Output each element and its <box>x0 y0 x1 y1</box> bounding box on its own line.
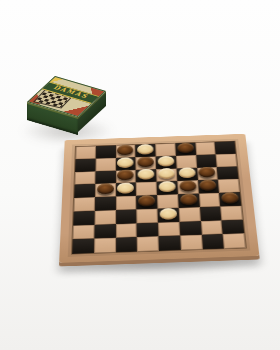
dark-piece-r2c4 <box>137 156 154 167</box>
product-photo-scene: DAMAS <box>0 0 280 350</box>
light-piece-r2c5 <box>157 156 174 167</box>
square-r8c3 <box>116 237 138 252</box>
dark-piece-r4c2 <box>97 183 114 194</box>
dark-piece-r1c3 <box>117 145 133 156</box>
square-r2c6 <box>176 155 197 168</box>
square-r4c1 <box>74 184 95 198</box>
dark-piece-r5c6 <box>180 194 198 206</box>
dark-piece-r5c8 <box>221 192 239 204</box>
light-piece-r2c3 <box>117 157 134 168</box>
square-r4c4 <box>136 182 157 196</box>
square-r8c7 <box>201 234 224 249</box>
dark-piece-r3c3 <box>117 170 134 181</box>
square-r4c2 <box>95 183 116 197</box>
square-r1c1 <box>75 146 95 159</box>
square-r5c7 <box>198 193 220 207</box>
square-r1c8 <box>215 141 236 154</box>
square-r2c3 <box>116 157 136 170</box>
square-r8c4 <box>137 236 159 251</box>
square-r7c6 <box>179 221 201 236</box>
square-r8c1 <box>72 239 94 254</box>
square-r5c3 <box>116 196 137 210</box>
square-r1c3 <box>116 145 136 158</box>
square-r7c3 <box>116 223 137 238</box>
square-r2c5 <box>156 156 177 169</box>
square-r8c2 <box>94 238 116 253</box>
square-r3c3 <box>116 170 137 184</box>
light-piece-r3c6 <box>178 168 195 179</box>
square-r6c5 <box>157 208 179 223</box>
square-r3c2 <box>95 170 116 184</box>
square-r6c3 <box>116 209 137 224</box>
square-r7c7 <box>200 220 222 235</box>
square-r3c1 <box>75 171 96 185</box>
square-r4c3 <box>116 183 137 197</box>
light-piece-r1c4 <box>137 144 154 155</box>
square-r2c7 <box>196 154 217 167</box>
light-piece-r4c5 <box>158 181 175 192</box>
square-r7c8 <box>222 219 245 234</box>
square-r6c1 <box>73 211 94 226</box>
square-r7c1 <box>73 225 95 240</box>
square-r7c2 <box>94 224 115 239</box>
square-r1c7 <box>195 142 216 155</box>
playing-area <box>72 141 246 254</box>
square-r6c2 <box>94 210 115 225</box>
square-r8c5 <box>158 236 180 251</box>
square-r1c5 <box>155 143 175 156</box>
square-r2c1 <box>75 158 96 171</box>
light-piece-r4c3 <box>117 183 134 194</box>
light-piece-r3c5 <box>158 168 175 179</box>
dark-piece-r3c7 <box>198 167 216 178</box>
square-r3c4 <box>136 169 157 183</box>
square-r4c7 <box>198 180 220 194</box>
square-r1c6 <box>175 143 196 156</box>
square-r6c8 <box>220 206 242 221</box>
dark-piece-r5c4 <box>138 195 155 207</box>
square-r2c8 <box>216 154 237 167</box>
square-r7c4 <box>137 222 159 237</box>
square-r2c4 <box>136 156 156 169</box>
dark-piece-r4c7 <box>199 180 217 191</box>
square-r8c6 <box>180 235 202 250</box>
square-r3c8 <box>217 166 239 180</box>
square-r5c1 <box>74 197 95 211</box>
square-r1c4 <box>135 144 155 157</box>
square-r4c8 <box>218 179 240 193</box>
square-r5c4 <box>136 195 157 209</box>
square-r4c6 <box>177 180 198 194</box>
square-r3c6 <box>176 168 197 182</box>
square-r2c2 <box>95 158 115 171</box>
dark-piece-r4c6 <box>179 180 197 191</box>
square-r3c5 <box>156 168 177 182</box>
dark-piece-r1c6 <box>177 143 194 154</box>
square-r1c2 <box>95 145 115 158</box>
square-r5c8 <box>219 192 241 206</box>
board-frame <box>59 134 259 263</box>
square-r8c8 <box>223 233 246 248</box>
square-r3c7 <box>197 167 218 181</box>
square-r5c2 <box>95 196 116 210</box>
light-piece-r3c4 <box>138 169 155 180</box>
square-r7c5 <box>158 222 180 237</box>
checkers-board <box>59 97 256 294</box>
square-r6c6 <box>178 207 200 222</box>
square-r6c4 <box>136 208 157 223</box>
square-r5c5 <box>157 194 178 208</box>
square-r4c5 <box>157 181 178 195</box>
square-r6c7 <box>199 206 221 221</box>
square-r5c6 <box>178 194 200 208</box>
light-piece-r6c5 <box>159 208 177 220</box>
